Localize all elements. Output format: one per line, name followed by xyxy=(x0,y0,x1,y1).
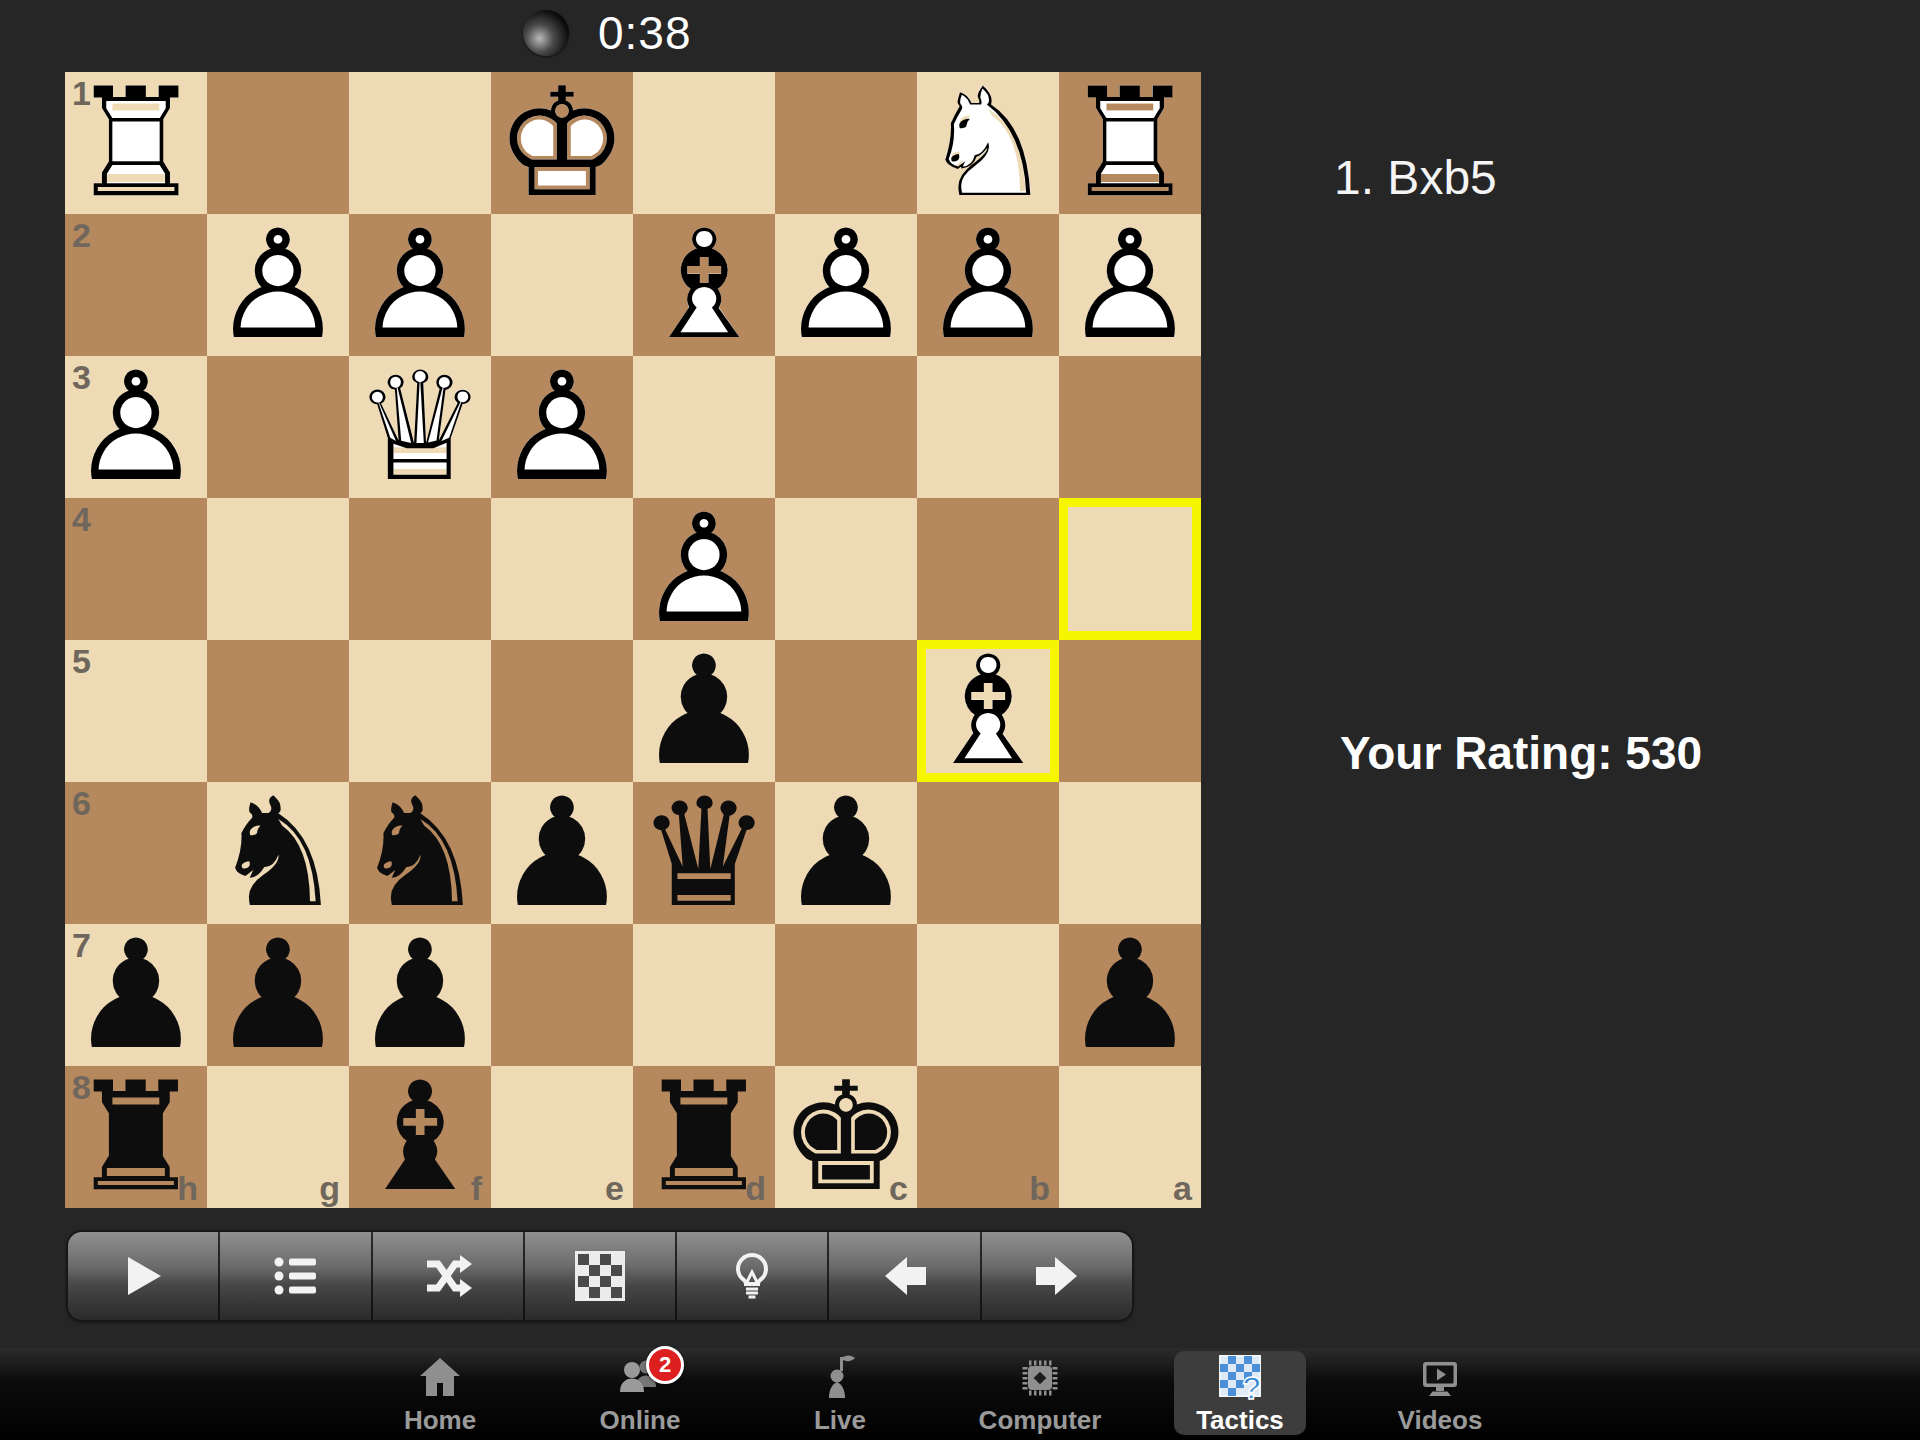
tab-online[interactable]: Online 2 xyxy=(540,1348,740,1440)
white-pawn[interactable]: ♟♙ xyxy=(207,214,349,356)
square-e6[interactable]: ♟ xyxy=(491,782,633,924)
move-text: 1. Bxb5 xyxy=(1334,150,1497,205)
white-knight[interactable]: ♞♘ xyxy=(917,72,1059,214)
square-g3[interactable] xyxy=(207,356,349,498)
white-pawn[interactable]: ♟♙ xyxy=(775,214,917,356)
white-bishop[interactable]: ♝♗ xyxy=(917,640,1059,782)
white-pawn[interactable]: ♟♙ xyxy=(917,214,1059,356)
square-g7[interactable]: ♟ xyxy=(207,924,349,1066)
timer: 0:38 xyxy=(598,6,692,60)
back-arrow-icon xyxy=(881,1252,929,1300)
square-a8[interactable]: a xyxy=(1059,1066,1201,1208)
square-g2[interactable]: ♟♙ xyxy=(207,214,349,356)
square-f8[interactable]: f♝ xyxy=(349,1066,491,1208)
black-knight[interactable]: ♞ xyxy=(349,782,491,924)
tactics-icon: ? xyxy=(1216,1353,1264,1403)
square-f5[interactable] xyxy=(349,640,491,782)
tab-home[interactable]: Home xyxy=(340,1348,540,1440)
shuffle-button[interactable] xyxy=(373,1232,525,1320)
square-a2[interactable]: ♟♙ xyxy=(1059,214,1201,356)
white-pawn[interactable]: ♟♙ xyxy=(349,214,491,356)
square-h7[interactable]: 7♟ xyxy=(65,924,207,1066)
square-e5[interactable] xyxy=(491,640,633,782)
back-button[interactable] xyxy=(829,1232,981,1320)
play-icon xyxy=(119,1252,167,1300)
square-d8[interactable]: d♜ xyxy=(633,1066,775,1208)
square-b4[interactable] xyxy=(917,498,1059,640)
move-list-button[interactable] xyxy=(220,1232,372,1320)
white-pawn[interactable]: ♟♙ xyxy=(633,498,775,640)
square-d1[interactable] xyxy=(633,72,775,214)
square-g5[interactable] xyxy=(207,640,349,782)
square-g4[interactable] xyxy=(207,498,349,640)
square-f4[interactable] xyxy=(349,498,491,640)
tab-computer[interactable]: Computer xyxy=(940,1348,1140,1440)
white-pawn[interactable]: ♟♙ xyxy=(491,356,633,498)
square-c2[interactable]: ♟♙ xyxy=(775,214,917,356)
square-d2[interactable]: ♝♗ xyxy=(633,214,775,356)
square-a3[interactable] xyxy=(1059,356,1201,498)
rank-label-4: 4 xyxy=(72,500,91,539)
rank-label-1: 1 xyxy=(72,74,91,113)
square-h5[interactable]: 5 xyxy=(65,640,207,782)
square-b8[interactable]: b xyxy=(917,1066,1059,1208)
board-icon xyxy=(575,1251,625,1301)
square-g8[interactable]: g xyxy=(207,1066,349,1208)
square-c4[interactable] xyxy=(775,498,917,640)
file-label-h: h xyxy=(177,1169,198,1208)
square-f1[interactable] xyxy=(349,72,491,214)
square-c7[interactable] xyxy=(775,924,917,1066)
white-rook[interactable]: ♜♖ xyxy=(1059,72,1201,214)
videos-icon xyxy=(1416,1353,1464,1403)
square-e2[interactable] xyxy=(491,214,633,356)
square-b5[interactable]: ♝♗ xyxy=(917,640,1059,782)
square-b3[interactable] xyxy=(917,356,1059,498)
square-h1[interactable]: 1♜♖ xyxy=(65,72,207,214)
forward-button[interactable] xyxy=(982,1232,1132,1320)
board[interactable]: 1♜♖♚♔♞♘♜♖2♟♙♟♙♝♗♟♙♟♙♟♙3♟♙♛♕♟♙4♟♙5♟♝♗6♞♞♟… xyxy=(65,72,1201,1208)
square-g1[interactable] xyxy=(207,72,349,214)
square-d3[interactable] xyxy=(633,356,775,498)
play-button[interactable] xyxy=(68,1232,220,1320)
square-h3[interactable]: 3♟♙ xyxy=(65,356,207,498)
file-label-c: c xyxy=(889,1169,908,1208)
file-label-d: d xyxy=(745,1169,766,1208)
square-d6[interactable]: ♛ xyxy=(633,782,775,924)
white-queen[interactable]: ♛♕ xyxy=(349,356,491,498)
black-pawn[interactable]: ♟ xyxy=(633,640,775,782)
tab-videos[interactable]: Videos xyxy=(1340,1348,1540,1440)
square-b1[interactable]: ♞♘ xyxy=(917,72,1059,214)
square-b2[interactable]: ♟♙ xyxy=(917,214,1059,356)
square-d5[interactable]: ♟ xyxy=(633,640,775,782)
tab-bar: Home Online 2 xyxy=(0,1348,1920,1440)
toolbar xyxy=(68,1232,1132,1320)
hint-button[interactable] xyxy=(677,1232,829,1320)
black-pawn[interactable]: ♟ xyxy=(349,924,491,1066)
live-icon xyxy=(816,1353,864,1403)
square-f7[interactable]: ♟ xyxy=(349,924,491,1066)
rank-label-3: 3 xyxy=(72,358,91,397)
move-list-icon xyxy=(271,1252,319,1300)
file-label-a: a xyxy=(1173,1169,1192,1208)
home-icon xyxy=(416,1353,464,1403)
square-c5[interactable] xyxy=(775,640,917,782)
square-a5[interactable] xyxy=(1059,640,1201,782)
white-bishop[interactable]: ♝♗ xyxy=(633,214,775,356)
file-label-e: e xyxy=(605,1169,624,1208)
file-label-f: f xyxy=(471,1169,482,1208)
square-a7[interactable]: ♟ xyxy=(1059,924,1201,1066)
black-queen[interactable]: ♛ xyxy=(633,782,775,924)
square-h6[interactable]: 6 xyxy=(65,782,207,924)
rank-label-6: 6 xyxy=(72,784,91,823)
square-e3[interactable]: ♟♙ xyxy=(491,356,633,498)
black-pawn[interactable]: ♟ xyxy=(1059,924,1201,1066)
square-a4[interactable] xyxy=(1059,498,1201,640)
file-label-g: g xyxy=(319,1169,340,1208)
square-g6[interactable]: ♞ xyxy=(207,782,349,924)
square-d4[interactable]: ♟♙ xyxy=(633,498,775,640)
square-f6[interactable]: ♞ xyxy=(349,782,491,924)
tab-live[interactable]: Live xyxy=(740,1348,940,1440)
square-e8[interactable]: e xyxy=(491,1066,633,1208)
online-badge: 2 xyxy=(646,1346,684,1384)
shuffle-icon xyxy=(424,1252,472,1300)
black-pawn[interactable]: ♟ xyxy=(775,782,917,924)
square-f3[interactable]: ♛♕ xyxy=(349,356,491,498)
square-h8[interactable]: 8h♜ xyxy=(65,1066,207,1208)
square-c6[interactable]: ♟ xyxy=(775,782,917,924)
file-label-b: b xyxy=(1029,1169,1050,1208)
black-knight[interactable]: ♞ xyxy=(207,782,349,924)
black-to-move-indicator-icon xyxy=(523,10,569,56)
black-pawn[interactable]: ♟ xyxy=(491,782,633,924)
square-e7[interactable] xyxy=(491,924,633,1066)
square-h2[interactable]: 2 xyxy=(65,214,207,356)
forward-arrow-icon xyxy=(1033,1252,1081,1300)
square-b6[interactable] xyxy=(917,782,1059,924)
square-a6[interactable] xyxy=(1059,782,1201,924)
hint-lightbulb-icon xyxy=(728,1252,776,1300)
svg-text:?: ? xyxy=(1242,1370,1262,1402)
square-e4[interactable] xyxy=(491,498,633,640)
square-c8[interactable]: c♚ xyxy=(775,1066,917,1208)
white-pawn[interactable]: ♟♙ xyxy=(1059,214,1201,356)
square-c3[interactable] xyxy=(775,356,917,498)
tab-tactics[interactable]: ? Tactics xyxy=(1140,1348,1340,1440)
square-c1[interactable] xyxy=(775,72,917,214)
square-e1[interactable]: ♚♔ xyxy=(491,72,633,214)
computer-chip-icon xyxy=(1016,1353,1064,1403)
square-d7[interactable] xyxy=(633,924,775,1066)
square-f2[interactable]: ♟♙ xyxy=(349,214,491,356)
square-b7[interactable] xyxy=(917,924,1059,1066)
rank-label-8: 8 xyxy=(72,1068,91,1107)
board-button[interactable] xyxy=(525,1232,677,1320)
black-pawn[interactable]: ♟ xyxy=(207,924,349,1066)
rank-label-2: 2 xyxy=(72,216,91,255)
rating-text: Your Rating: 530 xyxy=(1340,726,1702,780)
square-h4[interactable]: 4 xyxy=(65,498,207,640)
square-a1[interactable]: ♜♖ xyxy=(1059,72,1201,214)
rank-label-5: 5 xyxy=(72,642,91,681)
white-king[interactable]: ♚♔ xyxy=(491,72,633,214)
rank-label-7: 7 xyxy=(72,926,91,965)
